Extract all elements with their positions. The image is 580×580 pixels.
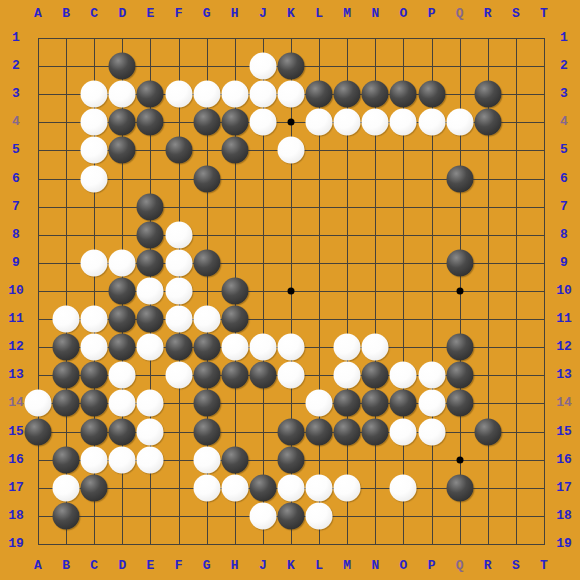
column-label-bottom: C [84,558,104,574]
stone-black-H11 [221,306,248,333]
stone-black-Q13 [446,362,473,389]
stone-black-C17 [81,474,108,501]
row-label-left: 2 [2,58,30,74]
column-label-bottom: Q [450,558,470,574]
stone-white-M13 [334,362,361,389]
stone-black-D15 [109,418,136,445]
stone-black-D11 [109,306,136,333]
stone-black-Q9 [446,249,473,276]
row-label-left: 10 [2,283,30,299]
stone-white-C3 [81,81,108,108]
stone-black-G4 [193,109,220,136]
stone-white-E12 [137,334,164,361]
row-label-right: 19 [550,536,578,552]
stone-white-M17 [334,474,361,501]
stone-black-Q6 [446,165,473,192]
stone-white-J18 [249,502,276,529]
column-label-top: R [478,6,498,22]
row-label-right: 2 [550,58,578,74]
stone-white-L18 [306,502,333,529]
stone-white-K13 [277,362,304,389]
stone-white-E16 [137,446,164,473]
stone-black-K15 [277,418,304,445]
column-label-bottom: T [534,558,554,574]
stone-black-N14 [362,390,389,417]
row-label-left: 18 [2,508,30,524]
stone-white-E10 [137,277,164,304]
column-label-top: H [225,6,245,22]
row-label-right: 10 [550,283,578,299]
stone-black-D12 [109,334,136,361]
stone-black-B12 [53,334,80,361]
stone-black-N13 [362,362,389,389]
stone-white-F3 [165,81,192,108]
stone-white-C16 [81,446,108,473]
stone-white-B17 [53,474,80,501]
stone-black-B13 [53,362,80,389]
row-label-right: 12 [550,339,578,355]
stone-black-H13 [221,362,248,389]
row-label-left: 12 [2,339,30,355]
row-label-right: 6 [550,171,578,187]
stone-white-P14 [418,390,445,417]
column-label-top: E [140,6,160,22]
row-label-right: 3 [550,86,578,102]
column-label-bottom: M [337,558,357,574]
stone-white-J2 [249,53,276,80]
stone-black-G6 [193,165,220,192]
stone-black-H4 [221,109,248,136]
column-label-top: G [197,6,217,22]
column-label-top: O [393,6,413,22]
stone-white-D16 [109,446,136,473]
column-label-bottom: R [478,558,498,574]
stone-black-Q12 [446,334,473,361]
stone-black-H10 [221,277,248,304]
stone-black-G15 [193,418,220,445]
grid-line-vertical [516,38,517,545]
row-label-right: 7 [550,199,578,215]
column-label-bottom: E [140,558,160,574]
column-label-bottom: H [225,558,245,574]
row-label-left: 4 [2,114,30,130]
stone-white-C9 [81,249,108,276]
stone-black-B18 [53,502,80,529]
row-label-right: 11 [550,311,578,327]
stone-white-O15 [390,418,417,445]
stone-black-E9 [137,249,164,276]
stone-black-O14 [390,390,417,417]
stone-black-E11 [137,306,164,333]
stone-black-F5 [165,137,192,164]
stone-white-F8 [165,221,192,248]
column-label-bottom: D [112,558,132,574]
row-label-right: 17 [550,480,578,496]
stone-black-J17 [249,474,276,501]
stone-white-G11 [193,306,220,333]
row-label-right: 14 [550,395,578,411]
stone-white-C11 [81,306,108,333]
column-label-top: A [28,6,48,22]
stone-white-N4 [362,109,389,136]
stone-white-C5 [81,137,108,164]
stone-black-G12 [193,334,220,361]
stone-white-H3 [221,81,248,108]
row-label-right: 5 [550,142,578,158]
row-label-right: 18 [550,508,578,524]
stone-black-Q14 [446,390,473,417]
stone-white-H12 [221,334,248,361]
stone-white-M12 [334,334,361,361]
row-label-right: 4 [550,114,578,130]
stone-black-H5 [221,137,248,164]
column-label-top: P [422,6,442,22]
stone-black-E8 [137,221,164,248]
stone-black-K16 [277,446,304,473]
column-label-bottom: J [253,558,273,574]
stone-white-O4 [390,109,417,136]
stone-white-F9 [165,249,192,276]
stone-white-J12 [249,334,276,361]
column-label-top: L [309,6,329,22]
stone-white-F13 [165,362,192,389]
column-label-top: F [169,6,189,22]
stone-black-M3 [334,81,361,108]
stone-white-C6 [81,165,108,192]
stone-white-E15 [137,418,164,445]
column-label-bottom: N [365,558,385,574]
stone-black-K18 [277,502,304,529]
stone-white-D9 [109,249,136,276]
stone-white-O17 [390,474,417,501]
column-label-top: N [365,6,385,22]
stone-black-D5 [109,137,136,164]
row-label-left: 19 [2,536,30,552]
row-label-left: 3 [2,86,30,102]
stone-black-G13 [193,362,220,389]
column-label-top: Q [450,6,470,22]
row-label-left: 1 [2,30,30,46]
stone-white-G17 [193,474,220,501]
stone-black-L15 [306,418,333,445]
row-label-left: 17 [2,480,30,496]
stone-white-K3 [277,81,304,108]
star-point [287,287,294,294]
column-label-top: T [534,6,554,22]
column-label-top: D [112,6,132,22]
stone-white-E14 [137,390,164,417]
row-label-right: 13 [550,367,578,383]
stone-black-Q17 [446,474,473,501]
stone-black-H16 [221,446,248,473]
stone-white-J3 [249,81,276,108]
row-label-right: 15 [550,424,578,440]
stone-white-K17 [277,474,304,501]
column-label-bottom: L [309,558,329,574]
stone-black-D4 [109,109,136,136]
stone-white-P4 [418,109,445,136]
column-label-bottom: K [281,558,301,574]
stone-black-G14 [193,390,220,417]
stone-white-C12 [81,334,108,361]
row-label-left: 13 [2,367,30,383]
stone-white-H17 [221,474,248,501]
row-label-left: 8 [2,227,30,243]
stone-black-B16 [53,446,80,473]
stone-black-D2 [109,53,136,80]
stone-black-D10 [109,277,136,304]
star-point [456,456,463,463]
stone-white-J4 [249,109,276,136]
column-label-top: C [84,6,104,22]
stone-white-L14 [306,390,333,417]
grid-line-horizontal [38,544,545,545]
stone-black-R3 [474,81,501,108]
stone-white-A14 [25,390,52,417]
row-label-left: 6 [2,171,30,187]
column-label-bottom: O [393,558,413,574]
star-point [456,287,463,294]
star-point [287,119,294,126]
stone-white-D3 [109,81,136,108]
stone-white-P13 [418,362,445,389]
column-label-top: S [506,6,526,22]
column-label-bottom: G [197,558,217,574]
stone-black-F12 [165,334,192,361]
stone-black-N15 [362,418,389,445]
stone-black-R4 [474,109,501,136]
stone-black-O3 [390,81,417,108]
stone-black-L3 [306,81,333,108]
column-label-bottom: F [169,558,189,574]
stone-white-L4 [306,109,333,136]
stone-white-F11 [165,306,192,333]
stone-black-C14 [81,390,108,417]
column-label-bottom: B [56,558,76,574]
stone-white-D14 [109,390,136,417]
stone-white-B11 [53,306,80,333]
column-label-top: J [253,6,273,22]
column-label-bottom: P [422,558,442,574]
row-label-left: 7 [2,199,30,215]
row-label-right: 9 [550,255,578,271]
stone-black-J13 [249,362,276,389]
stone-white-D13 [109,362,136,389]
column-label-top: B [56,6,76,22]
stone-black-B14 [53,390,80,417]
row-label-right: 1 [550,30,578,46]
grid-line-vertical [544,38,545,545]
stone-white-Q4 [446,109,473,136]
row-label-left: 5 [2,142,30,158]
stone-white-G3 [193,81,220,108]
row-label-right: 8 [550,227,578,243]
stone-white-N12 [362,334,389,361]
stone-black-M15 [334,418,361,445]
stone-white-L17 [306,474,333,501]
stone-black-R15 [474,418,501,445]
stone-white-K12 [277,334,304,361]
stone-black-K2 [277,53,304,80]
row-label-right: 16 [550,452,578,468]
stone-black-E7 [137,193,164,220]
row-label-left: 9 [2,255,30,271]
stone-black-E4 [137,109,164,136]
column-label-top: M [337,6,357,22]
stone-white-F10 [165,277,192,304]
stone-white-G16 [193,446,220,473]
stone-white-P15 [418,418,445,445]
stone-white-C4 [81,109,108,136]
row-label-left: 11 [2,311,30,327]
stone-black-A15 [25,418,52,445]
stone-black-N3 [362,81,389,108]
column-label-bottom: A [28,558,48,574]
stone-black-C13 [81,362,108,389]
stone-white-M4 [334,109,361,136]
stone-white-K5 [277,137,304,164]
stone-black-M14 [334,390,361,417]
column-label-top: K [281,6,301,22]
go-board-app: AABBCCDDEEFFGGHHJJKKLLMMNNOOPPQQRRSSTT11… [0,0,580,580]
stone-black-G9 [193,249,220,276]
stone-black-C15 [81,418,108,445]
stone-black-E3 [137,81,164,108]
row-label-left: 16 [2,452,30,468]
stone-black-P3 [418,81,445,108]
stone-white-O13 [390,362,417,389]
column-label-bottom: S [506,558,526,574]
